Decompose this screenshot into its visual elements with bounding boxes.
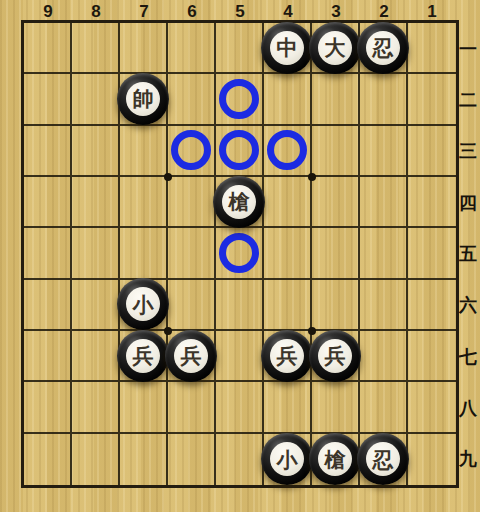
piece-kanji: 兵: [325, 345, 346, 366]
piece-face: 大: [318, 31, 352, 65]
cell-f9-r1[interactable]: [24, 23, 72, 74]
cell-f8-r3[interactable]: [72, 126, 120, 177]
move-target-highlight[interactable]: [219, 233, 259, 273]
cell-f1-r6[interactable]: [408, 280, 456, 331]
cell-f1-r2[interactable]: [408, 74, 456, 125]
piece-kanji: 兵: [133, 345, 154, 366]
piece-kanji: 中: [277, 37, 298, 58]
cell-f6-r8[interactable]: [168, 382, 216, 433]
piece-spear[interactable]: 槍: [309, 433, 361, 485]
piece-kanji: 小: [277, 449, 298, 470]
cell-f1-r5[interactable]: [408, 228, 456, 279]
cell-f6-r6[interactable]: [168, 280, 216, 331]
cell-f5-r4[interactable]: 槍: [216, 177, 264, 228]
move-target-highlight[interactable]: [267, 130, 307, 170]
cell-f6-r3[interactable]: [168, 126, 216, 177]
cell-f8-r1[interactable]: [72, 23, 120, 74]
cell-f3-r7[interactable]: 兵: [312, 331, 360, 382]
cell-f7-r4[interactable]: [120, 177, 168, 228]
piece-kanji: 槍: [229, 191, 250, 212]
cell-f7-r7[interactable]: 兵: [120, 331, 168, 382]
cell-f5-r7[interactable]: [216, 331, 264, 382]
cell-f9-r5[interactable]: [24, 228, 72, 279]
cell-f4-r2[interactable]: [264, 74, 312, 125]
cell-f6-r1[interactable]: [168, 23, 216, 74]
cell-f4-r6[interactable]: [264, 280, 312, 331]
cell-f2-r3[interactable]: [360, 126, 408, 177]
piece-pawn[interactable]: 兵: [261, 330, 313, 382]
cell-f7-r8[interactable]: [120, 382, 168, 433]
piece-face: 兵: [318, 339, 352, 373]
cell-f7-r9[interactable]: [120, 434, 168, 485]
cell-f3-r4[interactable]: [312, 177, 360, 228]
piece-face: 小: [126, 287, 160, 321]
piece-face: 兵: [174, 339, 208, 373]
move-target-highlight[interactable]: [219, 79, 259, 119]
piece-major-general[interactable]: 小: [261, 433, 313, 485]
piece-kanji: 小: [133, 294, 154, 315]
cell-f4-r9[interactable]: 小: [264, 434, 312, 485]
cell-f3-r1[interactable]: 大: [312, 23, 360, 74]
cell-f5-r3[interactable]: [216, 126, 264, 177]
cell-f4-r4[interactable]: [264, 177, 312, 228]
piece-general[interactable]: 大: [309, 22, 361, 74]
cell-f1-r7[interactable]: [408, 331, 456, 382]
piece-pawn[interactable]: 兵: [165, 330, 217, 382]
piece-face: 忍: [366, 442, 400, 476]
cell-f6-r4[interactable]: [168, 177, 216, 228]
cell-f8-r7[interactable]: [72, 331, 120, 382]
cell-f2-r5[interactable]: [360, 228, 408, 279]
cell-f5-r9[interactable]: [216, 434, 264, 485]
rank-label-1: 一: [456, 23, 480, 74]
move-target-highlight[interactable]: [171, 130, 211, 170]
piece-kanji: 忍: [373, 449, 394, 470]
cell-f4-r3[interactable]: [264, 126, 312, 177]
cell-f4-r5[interactable]: [264, 228, 312, 279]
piece-face: 兵: [270, 339, 304, 373]
cell-f6-r7[interactable]: 兵: [168, 331, 216, 382]
cell-f4-r8[interactable]: [264, 382, 312, 433]
cell-f7-r2[interactable]: 帥: [120, 74, 168, 125]
cell-f2-r8[interactable]: [360, 382, 408, 433]
piece-lieutenant-general[interactable]: 中: [261, 22, 313, 74]
cell-f2-r7[interactable]: [360, 331, 408, 382]
cell-f7-r3[interactable]: [120, 126, 168, 177]
rank-label-6: 六: [456, 280, 480, 331]
cell-f4-r1[interactable]: 中: [264, 23, 312, 74]
piece-major-general[interactable]: 小: [117, 278, 169, 330]
cell-f2-r2[interactable]: [360, 74, 408, 125]
cell-f3-r9[interactable]: 槍: [312, 434, 360, 485]
piece-kanji: 槍: [325, 449, 346, 470]
cell-f7-r1[interactable]: [120, 23, 168, 74]
cell-f3-r3[interactable]: [312, 126, 360, 177]
cell-f9-r6[interactable]: [24, 280, 72, 331]
piece-face: 槍: [318, 442, 352, 476]
cell-f9-r9[interactable]: [24, 434, 72, 485]
cell-f1-r3[interactable]: [408, 126, 456, 177]
piece-kanji: 兵: [181, 345, 202, 366]
file-labels: 9 8 7 6 5 4 3 2 1: [24, 0, 456, 22]
cell-f5-r6[interactable]: [216, 280, 264, 331]
cell-f4-r7[interactable]: 兵: [264, 331, 312, 382]
piece-face: 中: [270, 31, 304, 65]
move-target-highlight[interactable]: [219, 130, 259, 170]
cell-f8-r8[interactable]: [72, 382, 120, 433]
piece-face: 小: [270, 442, 304, 476]
cell-f1-r1[interactable]: [408, 23, 456, 74]
cell-f1-r9[interactable]: [408, 434, 456, 485]
cell-f5-r2[interactable]: [216, 74, 264, 125]
rank-label-2: 二: [456, 74, 480, 125]
board: 中大忍帥槍小兵兵兵兵小槍忍: [21, 20, 459, 488]
piece-spear[interactable]: 槍: [213, 176, 265, 228]
cell-f7-r5[interactable]: [120, 228, 168, 279]
cell-f1-r8[interactable]: [408, 382, 456, 433]
piece-face: 帥: [126, 82, 160, 116]
piece-kanji: 大: [325, 37, 346, 58]
cell-f3-r2[interactable]: [312, 74, 360, 125]
piece-marshal[interactable]: 帥: [117, 73, 169, 125]
rank-label-7: 七: [456, 331, 480, 382]
cell-f1-r4[interactable]: [408, 177, 456, 228]
cell-f7-r6[interactable]: 小: [120, 280, 168, 331]
rank-label-3: 三: [456, 126, 480, 177]
cell-f9-r2[interactable]: [24, 74, 72, 125]
cell-f8-r6[interactable]: [72, 280, 120, 331]
cell-f2-r9[interactable]: 忍: [360, 434, 408, 485]
piece-kanji: 忍: [373, 37, 394, 58]
rank-label-5: 五: [456, 228, 480, 279]
gungi-board-screen: 9 8 7 6 5 4 3 2 1 中大忍帥槍小兵兵兵兵小槍忍 一 二 三 四 …: [0, 0, 480, 512]
piece-face: 槍: [222, 185, 256, 219]
cell-f3-r8[interactable]: [312, 382, 360, 433]
cell-f8-r9[interactable]: [72, 434, 120, 485]
cell-f9-r7[interactable]: [24, 331, 72, 382]
piece-face: 忍: [366, 31, 400, 65]
cell-f6-r9[interactable]: [168, 434, 216, 485]
cell-f6-r5[interactable]: [168, 228, 216, 279]
cell-f8-r5[interactable]: [72, 228, 120, 279]
rank-label-4: 四: [456, 177, 480, 228]
cell-f8-r2[interactable]: [72, 74, 120, 125]
piece-face: 兵: [126, 339, 160, 373]
piece-ninja[interactable]: 忍: [357, 22, 409, 74]
piece-kanji: 兵: [277, 345, 298, 366]
cell-f3-r5[interactable]: [312, 228, 360, 279]
piece-pawn[interactable]: 兵: [309, 330, 361, 382]
cell-f5-r1[interactable]: [216, 23, 264, 74]
cell-f3-r6[interactable]: [312, 280, 360, 331]
piece-ninja[interactable]: 忍: [357, 433, 409, 485]
cell-f2-r1[interactable]: 忍: [360, 23, 408, 74]
rank-label-9: 九: [456, 434, 480, 485]
cell-f9-r3[interactable]: [24, 126, 72, 177]
rank-labels: 一 二 三 四 五 六 七 八 九: [456, 23, 480, 485]
cell-f8-r4[interactable]: [72, 177, 120, 228]
cell-f2-r6[interactable]: [360, 280, 408, 331]
cell-f5-r8[interactable]: [216, 382, 264, 433]
piece-pawn[interactable]: 兵: [117, 330, 169, 382]
cell-f2-r4[interactable]: [360, 177, 408, 228]
rank-label-8: 八: [456, 382, 480, 433]
cell-f9-r8[interactable]: [24, 382, 72, 433]
cell-f5-r5[interactable]: [216, 228, 264, 279]
cell-f9-r4[interactable]: [24, 177, 72, 228]
piece-kanji: 帥: [133, 88, 154, 109]
cell-f6-r2[interactable]: [168, 74, 216, 125]
